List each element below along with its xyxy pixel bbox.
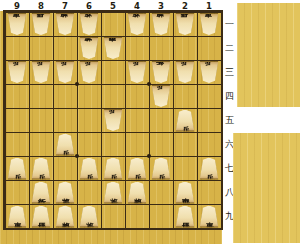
shogi-piece-sente[interactable]: 香車	[7, 206, 27, 227]
file-label: 6	[77, 1, 101, 11]
piece-kanji: 歩兵	[85, 167, 93, 169]
piece-kanji: 飛車	[181, 191, 189, 193]
rank-label: 三	[223, 60, 236, 84]
piece-face: 王将	[79, 38, 99, 59]
sente-komadai	[233, 133, 300, 243]
file-label: 7	[53, 1, 77, 11]
rank-label: 二	[223, 36, 236, 60]
shogi-piece-sente[interactable]: 歩兵	[175, 110, 195, 131]
piece-kanji: 銀将	[133, 191, 141, 193]
piece-face: 歩兵	[103, 110, 123, 131]
piece-kanji: 歩兵	[37, 167, 45, 169]
shogi-piece-gote[interactable]: 歩兵	[55, 62, 75, 83]
piece-face: 角行	[151, 62, 171, 83]
piece-kanji: 香車	[13, 23, 21, 25]
shogi-piece-sente[interactable]: 金将	[79, 206, 99, 227]
piece-face: 歩兵	[55, 62, 75, 83]
rank-label: 一	[223, 12, 236, 36]
piece-kanji: 歩兵	[13, 71, 21, 73]
piece-kanji: 王将	[85, 47, 93, 49]
piece-face: 歩兵	[103, 158, 123, 179]
piece-kanji: 香車	[205, 215, 213, 217]
file-label: 1	[197, 1, 221, 11]
piece-face: 歩兵	[199, 62, 219, 83]
piece-kanji: 歩兵	[157, 167, 165, 169]
piece-kanji: 銀将	[61, 23, 69, 25]
shogi-piece-gote[interactable]: 歩兵	[175, 62, 195, 83]
piece-kanji: 銀将	[61, 215, 69, 217]
piece-face: 桂馬	[31, 206, 51, 227]
piece-face: 銀将	[55, 206, 75, 227]
file-label: 4	[125, 1, 149, 11]
shogi-piece-sente[interactable]: 歩兵	[199, 158, 219, 179]
shogi-piece-gote[interactable]: 角行	[151, 62, 171, 83]
shogi-piece-sente[interactable]: 歩兵	[103, 158, 123, 179]
piece-face: 飛車	[103, 38, 123, 59]
piece-kanji: 歩兵	[37, 71, 45, 73]
shogi-piece-gote[interactable]: 歩兵	[7, 62, 27, 83]
piece-kanji: 銀将	[157, 23, 165, 25]
piece-face: 歩兵	[79, 62, 99, 83]
piece-face: 歩兵	[199, 158, 219, 179]
shogi-piece-gote[interactable]: 金将	[79, 14, 99, 35]
piece-face: 歩兵	[7, 158, 27, 179]
piece-face: 金将	[79, 206, 99, 227]
piece-kanji: 歩兵	[205, 71, 213, 73]
shogi-piece-sente[interactable]: 歩兵	[7, 158, 27, 179]
shogi-piece-gote[interactable]: 王将	[79, 38, 99, 59]
piece-kanji: 歩兵	[157, 95, 165, 97]
piece-face: 桂馬	[175, 14, 195, 35]
piece-face: 角行	[31, 182, 51, 203]
shogi-piece-gote[interactable]: 桂馬	[31, 14, 51, 35]
gote-komadai	[237, 3, 300, 107]
shogi-piece-gote[interactable]: 香車	[7, 14, 27, 35]
piece-kanji: 桂馬	[181, 215, 189, 217]
piece-face: 金将	[79, 14, 99, 35]
shogi-piece-sente[interactable]: 銀将	[55, 206, 75, 227]
file-label: 3	[149, 1, 173, 11]
piece-face: 銀将	[127, 182, 147, 203]
shogi-piece-sente[interactable]: 角行	[31, 182, 51, 203]
piece-kanji: 歩兵	[205, 167, 213, 169]
piece-face: 香車	[199, 14, 219, 35]
piece-kanji: 桂馬	[37, 215, 45, 217]
piece-face: 歩兵	[151, 86, 171, 107]
shogi-piece-gote[interactable]: 歩兵	[127, 62, 147, 83]
piece-kanji: 香車	[13, 215, 21, 217]
piece-face: 歩兵	[151, 158, 171, 179]
shogi-piece-sente[interactable]: 歩兵	[127, 158, 147, 179]
piece-kanji: 歩兵	[181, 71, 189, 73]
piece-face: 飛車	[175, 182, 195, 203]
piece-kanji: 歩兵	[133, 167, 141, 169]
piece-kanji: 角行	[157, 71, 165, 73]
shogi-piece-sente[interactable]: 香車	[199, 206, 219, 227]
piece-face: 歩兵	[175, 110, 195, 131]
piece-kanji: 歩兵	[109, 167, 117, 169]
shogi-piece-gote[interactable]: 金将	[127, 14, 147, 35]
shogi-piece-sente[interactable]: 銀将	[127, 182, 147, 203]
piece-face: 歩兵	[175, 62, 195, 83]
rank-label: 四	[223, 84, 236, 108]
shogi-piece-gote[interactable]: 香車	[199, 14, 219, 35]
piece-kanji: 飛車	[109, 47, 117, 49]
piece-face: 香車	[7, 14, 27, 35]
piece-kanji: 歩兵	[61, 71, 69, 73]
piece-kanji: 玉将	[61, 191, 69, 193]
shogi-piece-sente[interactable]: 歩兵	[79, 158, 99, 179]
piece-kanji: 香車	[205, 23, 213, 25]
shogi-piece-gote[interactable]: 銀将	[55, 14, 75, 35]
shogi-piece-gote[interactable]: 歩兵	[31, 62, 51, 83]
shogi-piece-sente[interactable]: 金将	[103, 182, 123, 203]
shogi-piece-gote[interactable]: 桂馬	[175, 14, 195, 35]
piece-face: 桂馬	[175, 206, 195, 227]
piece-face: 玉将	[55, 182, 75, 203]
piece-kanji: 金将	[85, 23, 93, 25]
file-label: 9	[5, 1, 29, 11]
piece-kanji: 歩兵	[85, 71, 93, 73]
piece-kanji: 金将	[109, 191, 117, 193]
piece-kanji: 金将	[133, 23, 141, 25]
piece-face: 桂馬	[31, 14, 51, 35]
piece-face: 香車	[7, 206, 27, 227]
piece-kanji: 桂馬	[37, 23, 45, 25]
shogi-piece-sente[interactable]: 桂馬	[175, 206, 195, 227]
piece-face: 金将	[127, 14, 147, 35]
piece-kanji: 歩兵	[109, 119, 117, 121]
shogi-piece-sente[interactable]: 飛車	[175, 182, 195, 203]
piece-kanji: 歩兵	[181, 119, 189, 121]
piece-face: 金将	[103, 182, 123, 203]
shogi-piece-gote[interactable]: 飛車	[103, 38, 123, 59]
piece-kanji: 歩兵	[13, 167, 21, 169]
shogi-piece-sente[interactable]: 歩兵	[55, 134, 75, 155]
piece-kanji: 角行	[37, 191, 45, 193]
shogi-piece-gote[interactable]: 銀将	[151, 14, 171, 35]
piece-face: 歩兵	[79, 158, 99, 179]
piece-face: 歩兵	[127, 62, 147, 83]
file-label: 2	[173, 1, 197, 11]
shogi-piece-sente[interactable]: 桂馬	[31, 206, 51, 227]
piece-face: 歩兵	[31, 62, 51, 83]
piece-face: 歩兵	[31, 158, 51, 179]
piece-face: 歩兵	[55, 134, 75, 155]
rank-label: 五	[223, 108, 236, 132]
piece-face: 香車	[199, 206, 219, 227]
shogi-piece-sente[interactable]: 歩兵	[151, 158, 171, 179]
piece-kanji: 桂馬	[181, 23, 189, 25]
shogi-piece-gote[interactable]: 歩兵	[103, 110, 123, 131]
shogi-piece-sente[interactable]: 歩兵	[31, 158, 51, 179]
piece-kanji: 金将	[85, 215, 93, 217]
file-label: 8	[29, 1, 53, 11]
shogi-piece-gote[interactable]: 歩兵	[199, 62, 219, 83]
piece-face: 歩兵	[7, 62, 27, 83]
shogi-piece-sente[interactable]: 玉将	[55, 182, 75, 203]
shogi-piece-gote[interactable]: 歩兵	[151, 86, 171, 107]
file-label: 5	[101, 1, 125, 11]
shogi-app: 987654321 一二三四五六七八九 香車桂馬銀将金将金将銀将桂馬香車王将飛車…	[0, 0, 300, 249]
piece-face: 銀将	[151, 14, 171, 35]
piece-kanji: 歩兵	[61, 143, 69, 145]
shogi-piece-gote[interactable]: 歩兵	[79, 62, 99, 83]
piece-face: 銀将	[55, 14, 75, 35]
piece-face: 歩兵	[127, 158, 147, 179]
piece-kanji: 歩兵	[133, 71, 141, 73]
